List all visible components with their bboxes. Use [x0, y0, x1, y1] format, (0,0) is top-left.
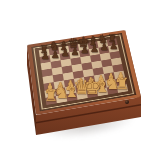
chess-set-product-photo: ♜♞♝♛♚♝♞♜♟♟♟♟♟♟♟♟♟♟♟♟♟♟♟♟♜♞♝♛♚♝♞♜	[0, 0, 160, 160]
drawer-knob	[125, 100, 129, 104]
